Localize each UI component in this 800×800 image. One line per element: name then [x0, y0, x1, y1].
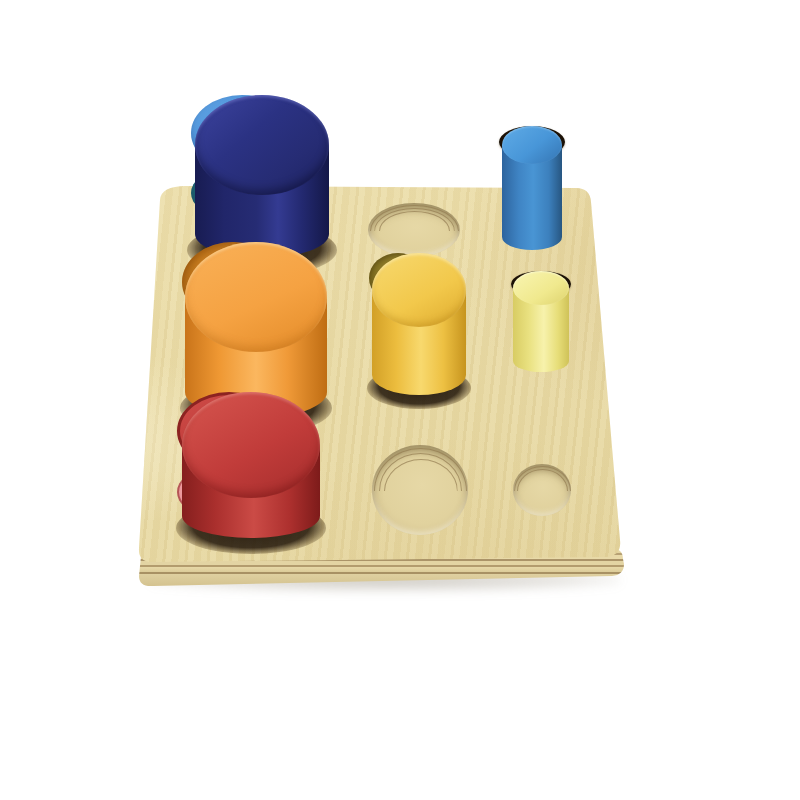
cylinder-top — [372, 253, 466, 327]
cell-r3c3[interactable] — [480, 420, 622, 563]
peg-top — [502, 126, 562, 164]
cell-r1c3[interactable] — [480, 186, 622, 276]
empty-recess-bottom-middle[interactable] — [372, 445, 468, 535]
plywood-ring — [384, 459, 458, 524]
piece-blue-peg[interactable] — [499, 126, 565, 272]
board-grid — [136, 186, 622, 563]
piece-yellow-medium-cylinder[interactable] — [369, 253, 473, 413]
cell-r3c1[interactable] — [136, 420, 340, 563]
plywood-ring — [517, 469, 568, 514]
cylinder-top — [195, 95, 329, 195]
cell-r3c2[interactable] — [340, 420, 480, 563]
cell-r2c2[interactable] — [340, 276, 480, 420]
product-photo-scene — [0, 0, 800, 800]
plywood-ring — [379, 211, 450, 251]
empty-recess-top-middle[interactable] — [368, 203, 460, 257]
cylinder-top — [182, 392, 320, 498]
empty-recess-bottom-right[interactable] — [513, 464, 571, 516]
cell-r2c3[interactable] — [480, 276, 622, 420]
piece-red-large-cylinder[interactable] — [177, 392, 327, 558]
piece-yellow-peg[interactable] — [511, 271, 571, 389]
cylinder-top — [185, 242, 327, 352]
peg-top — [513, 271, 569, 305]
